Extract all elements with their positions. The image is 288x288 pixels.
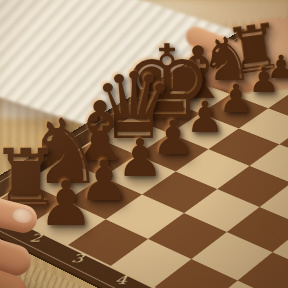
pieces-layer: ♜♞♝♛♚♝♞♜♟♟♟♟♟♟♟♟ [0, 0, 288, 288]
piece-pawn-a2[interactable]: ♟ [38, 173, 94, 235]
chess-setup-photo: 12345678 ♜♞♝♛♚♝♞♜♟♟♟♟♟♟♟♟ [0, 0, 288, 288]
